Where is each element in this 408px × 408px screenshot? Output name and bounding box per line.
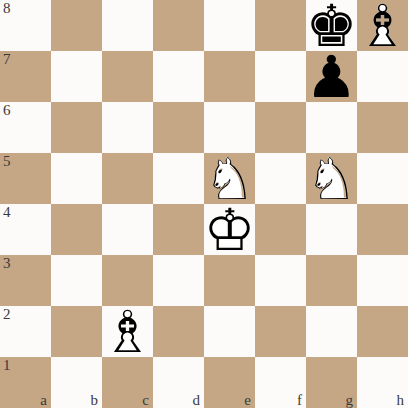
square-a7[interactable]: 7	[0, 51, 51, 102]
square-d3[interactable]	[153, 255, 204, 306]
square-d2[interactable]	[153, 306, 204, 357]
square-f8[interactable]	[255, 0, 306, 51]
square-a3[interactable]: 3	[0, 255, 51, 306]
square-e4[interactable]: ♚♔	[204, 204, 255, 255]
rank-label-3: 3	[3, 255, 11, 272]
square-b4[interactable]	[51, 204, 102, 255]
piece-outline-layer: ♗	[357, 0, 408, 51]
square-h6[interactable]	[357, 102, 408, 153]
square-e1[interactable]: e	[204, 357, 255, 408]
piece-white-bishop[interactable]: ♝♗	[102, 306, 153, 357]
square-b8[interactable]	[51, 0, 102, 51]
square-g4[interactable]	[306, 204, 357, 255]
square-g5[interactable]: ♞♘	[306, 153, 357, 204]
piece-black-pawn[interactable]: ♟	[306, 51, 357, 102]
rank-label-6: 6	[3, 102, 11, 119]
square-e8[interactable]	[204, 0, 255, 51]
square-h4[interactable]	[357, 204, 408, 255]
file-label-g: g	[346, 392, 354, 408]
square-f4[interactable]	[255, 204, 306, 255]
piece-white-bishop[interactable]: ♝♗	[357, 0, 408, 51]
square-f7[interactable]	[255, 51, 306, 102]
square-a8[interactable]: 8	[0, 0, 51, 51]
square-g1[interactable]: g	[306, 357, 357, 408]
file-label-f: f	[297, 392, 302, 408]
file-label-h: h	[397, 392, 405, 408]
square-c5[interactable]	[102, 153, 153, 204]
square-b7[interactable]	[51, 51, 102, 102]
square-b5[interactable]	[51, 153, 102, 204]
square-a2[interactable]: 2	[0, 306, 51, 357]
square-h1[interactable]: h	[357, 357, 408, 408]
square-f6[interactable]	[255, 102, 306, 153]
square-c6[interactable]	[102, 102, 153, 153]
square-d7[interactable]	[153, 51, 204, 102]
square-h5[interactable]	[357, 153, 408, 204]
file-label-e: e	[244, 392, 251, 408]
square-a4[interactable]: 4	[0, 204, 51, 255]
square-a6[interactable]: 6	[0, 102, 51, 153]
square-f5[interactable]	[255, 153, 306, 204]
square-a5[interactable]: 5	[0, 153, 51, 204]
square-c1[interactable]: c	[102, 357, 153, 408]
rank-label-4: 4	[3, 204, 11, 221]
rank-label-8: 8	[3, 0, 11, 17]
square-h7[interactable]	[357, 51, 408, 102]
square-g2[interactable]	[306, 306, 357, 357]
square-b3[interactable]	[51, 255, 102, 306]
square-c2[interactable]: ♝♗	[102, 306, 153, 357]
square-b1[interactable]: b	[51, 357, 102, 408]
square-d1[interactable]: d	[153, 357, 204, 408]
square-d4[interactable]	[153, 204, 204, 255]
piece-outline-layer: ♗	[102, 306, 153, 357]
rank-label-7: 7	[3, 51, 11, 68]
square-b6[interactable]	[51, 102, 102, 153]
square-e2[interactable]	[204, 306, 255, 357]
square-e3[interactable]	[204, 255, 255, 306]
file-label-d: d	[193, 392, 201, 408]
piece-outline-layer: ♘	[306, 153, 357, 204]
rank-label-2: 2	[3, 306, 11, 323]
square-c4[interactable]	[102, 204, 153, 255]
square-c8[interactable]	[102, 0, 153, 51]
square-b2[interactable]	[51, 306, 102, 357]
square-d8[interactable]	[153, 0, 204, 51]
piece-white-king[interactable]: ♚♔	[204, 204, 255, 255]
square-g7[interactable]: ♟	[306, 51, 357, 102]
file-label-c: c	[142, 392, 149, 408]
file-label-b: b	[91, 392, 99, 408]
square-e7[interactable]	[204, 51, 255, 102]
rank-label-1: 1	[3, 357, 11, 374]
square-f3[interactable]	[255, 255, 306, 306]
piece-outline-layer: ♔	[204, 204, 255, 255]
square-g3[interactable]	[306, 255, 357, 306]
square-h3[interactable]	[357, 255, 408, 306]
square-d5[interactable]	[153, 153, 204, 204]
square-d6[interactable]	[153, 102, 204, 153]
piece-white-knight[interactable]: ♞♘	[306, 153, 357, 204]
rank-label-5: 5	[3, 153, 11, 170]
file-label-a: a	[40, 392, 47, 408]
square-a1[interactable]: 1a	[0, 357, 51, 408]
piece-solid-layer: ♟	[306, 51, 357, 102]
square-f1[interactable]: f	[255, 357, 306, 408]
chess-board: 8♚♝♗7♟65♞♘♞♘4♚♔32♝♗1abcdefgh	[0, 0, 408, 408]
square-h2[interactable]	[357, 306, 408, 357]
square-c7[interactable]	[102, 51, 153, 102]
square-h8[interactable]: ♝♗	[357, 0, 408, 51]
square-f2[interactable]	[255, 306, 306, 357]
